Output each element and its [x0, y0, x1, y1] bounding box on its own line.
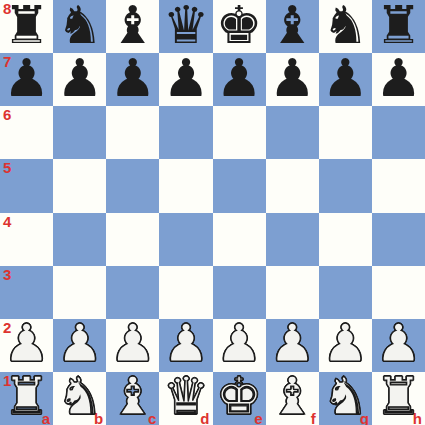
rank-label-6: 6	[3, 106, 11, 123]
square-a3[interactable]: 3	[0, 266, 53, 319]
square-h4[interactable]	[372, 213, 425, 266]
piece-white-rook[interactable]: ♜	[3, 370, 50, 422]
square-h3[interactable]	[372, 266, 425, 319]
square-b6[interactable]	[53, 106, 106, 159]
square-d6[interactable]	[159, 106, 212, 159]
piece-black-pawn[interactable]: ♟	[375, 52, 422, 104]
square-g7[interactable]: ♟	[319, 53, 372, 106]
piece-white-pawn[interactable]: ♟	[163, 317, 210, 369]
square-f8[interactable]: ♝	[266, 0, 319, 53]
square-a7[interactable]: 7♟	[0, 53, 53, 106]
piece-white-pawn[interactable]: ♟	[375, 317, 422, 369]
piece-white-pawn[interactable]: ♟	[56, 317, 103, 369]
piece-black-rook[interactable]: ♜	[3, 0, 50, 51]
rank-label-3: 3	[3, 266, 11, 283]
piece-black-bishop[interactable]: ♝	[269, 0, 316, 51]
square-b4[interactable]	[53, 213, 106, 266]
chess-board: 8♜♞♝♛♚♝♞♜7♟♟♟♟♟♟♟♟65432♟♟♟♟♟♟♟♟1a♜b♞c♝d♛…	[0, 0, 425, 425]
piece-white-knight[interactable]: ♞	[322, 370, 369, 422]
square-g4[interactable]	[319, 213, 372, 266]
square-g1[interactable]: g♞	[319, 372, 372, 425]
square-g5[interactable]	[319, 159, 372, 212]
piece-white-knight[interactable]: ♞	[56, 370, 103, 422]
square-a4[interactable]: 4	[0, 213, 53, 266]
square-e3[interactable]	[213, 266, 266, 319]
square-h1[interactable]: h♜	[372, 372, 425, 425]
square-g3[interactable]	[319, 266, 372, 319]
square-f6[interactable]	[266, 106, 319, 159]
piece-black-pawn[interactable]: ♟	[3, 52, 50, 104]
square-h2[interactable]: ♟	[372, 319, 425, 372]
square-b7[interactable]: ♟	[53, 53, 106, 106]
square-f5[interactable]	[266, 159, 319, 212]
piece-white-bishop[interactable]: ♝	[110, 370, 157, 422]
square-f1[interactable]: f♝	[266, 372, 319, 425]
square-c8[interactable]: ♝	[106, 0, 159, 53]
square-e7[interactable]: ♟	[213, 53, 266, 106]
square-e2[interactable]: ♟	[213, 319, 266, 372]
piece-white-king[interactable]: ♚	[216, 370, 263, 422]
square-g2[interactable]: ♟	[319, 319, 372, 372]
square-c2[interactable]: ♟	[106, 319, 159, 372]
piece-black-pawn[interactable]: ♟	[269, 52, 316, 104]
piece-white-rook[interactable]: ♜	[375, 370, 422, 422]
square-c3[interactable]	[106, 266, 159, 319]
square-d7[interactable]: ♟	[159, 53, 212, 106]
square-b8[interactable]: ♞	[53, 0, 106, 53]
square-e6[interactable]	[213, 106, 266, 159]
square-d3[interactable]	[159, 266, 212, 319]
piece-black-pawn[interactable]: ♟	[163, 52, 210, 104]
square-a8[interactable]: 8♜	[0, 0, 53, 53]
square-b3[interactable]	[53, 266, 106, 319]
square-f4[interactable]	[266, 213, 319, 266]
piece-black-pawn[interactable]: ♟	[322, 52, 369, 104]
piece-white-pawn[interactable]: ♟	[216, 317, 263, 369]
square-g6[interactable]	[319, 106, 372, 159]
square-a2[interactable]: 2♟	[0, 319, 53, 372]
rank-label-4: 4	[3, 213, 11, 230]
piece-black-pawn[interactable]: ♟	[216, 52, 263, 104]
piece-black-rook[interactable]: ♜	[375, 0, 422, 51]
square-a1[interactable]: 1a♜	[0, 372, 53, 425]
square-c5[interactable]	[106, 159, 159, 212]
square-e1[interactable]: e♚	[213, 372, 266, 425]
square-a6[interactable]: 6	[0, 106, 53, 159]
square-d2[interactable]: ♟	[159, 319, 212, 372]
square-e4[interactable]	[213, 213, 266, 266]
piece-black-knight[interactable]: ♞	[322, 0, 369, 51]
square-b5[interactable]	[53, 159, 106, 212]
piece-black-bishop[interactable]: ♝	[110, 0, 157, 51]
square-f7[interactable]: ♟	[266, 53, 319, 106]
piece-white-pawn[interactable]: ♟	[3, 317, 50, 369]
piece-black-queen[interactable]: ♛	[163, 0, 210, 51]
square-d4[interactable]	[159, 213, 212, 266]
square-b2[interactable]: ♟	[53, 319, 106, 372]
piece-black-king[interactable]: ♚	[216, 0, 263, 51]
square-g8[interactable]: ♞	[319, 0, 372, 53]
piece-white-queen[interactable]: ♛	[163, 370, 210, 422]
square-e8[interactable]: ♚	[213, 0, 266, 53]
square-e5[interactable]	[213, 159, 266, 212]
square-f2[interactable]: ♟	[266, 319, 319, 372]
square-h8[interactable]: ♜	[372, 0, 425, 53]
square-d8[interactable]: ♛	[159, 0, 212, 53]
piece-white-pawn[interactable]: ♟	[322, 317, 369, 369]
square-c6[interactable]	[106, 106, 159, 159]
square-c1[interactable]: c♝	[106, 372, 159, 425]
square-c7[interactable]: ♟	[106, 53, 159, 106]
rank-label-5: 5	[3, 159, 11, 176]
square-h7[interactable]: ♟	[372, 53, 425, 106]
piece-white-pawn[interactable]: ♟	[110, 317, 157, 369]
square-a5[interactable]: 5	[0, 159, 53, 212]
piece-black-knight[interactable]: ♞	[56, 0, 103, 51]
piece-white-pawn[interactable]: ♟	[269, 317, 316, 369]
square-d1[interactable]: d♛	[159, 372, 212, 425]
square-b1[interactable]: b♞	[53, 372, 106, 425]
square-h5[interactable]	[372, 159, 425, 212]
square-c4[interactable]	[106, 213, 159, 266]
square-f3[interactable]	[266, 266, 319, 319]
piece-white-bishop[interactable]: ♝	[269, 370, 316, 422]
piece-black-pawn[interactable]: ♟	[110, 52, 157, 104]
piece-black-pawn[interactable]: ♟	[56, 52, 103, 104]
square-d5[interactable]	[159, 159, 212, 212]
square-h6[interactable]	[372, 106, 425, 159]
